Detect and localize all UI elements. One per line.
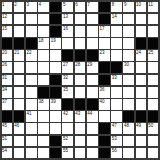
crossword-block-cell: [75, 99, 86, 110]
crossword-cell[interactable]: 16: [62, 26, 73, 37]
clue-number: 22: [26, 50, 31, 55]
crossword-cell[interactable]: [111, 99, 122, 110]
crossword-block-cell: [136, 111, 147, 122]
crossword-cell[interactable]: 11: [148, 2, 159, 13]
clue-number: 55: [63, 148, 68, 153]
crossword-cell[interactable]: 9: [123, 2, 134, 13]
crossword-block-cell: [87, 50, 98, 61]
crossword-block-cell: [50, 2, 61, 13]
crossword-cell[interactable]: 34: [2, 87, 13, 98]
crossword-cell[interactable]: 3: [26, 2, 37, 13]
crossword-cell[interactable]: 21: [14, 50, 25, 61]
crossword-cell[interactable]: [123, 38, 134, 49]
crossword-cell[interactable]: [148, 14, 159, 25]
crossword-cell[interactable]: 25: [148, 50, 159, 61]
crossword-cell[interactable]: [14, 87, 25, 98]
clue-number: 25: [148, 50, 153, 55]
crossword-block-cell: [2, 111, 13, 122]
clue-number: 37: [2, 99, 7, 104]
crossword-cell[interactable]: 37: [2, 99, 13, 110]
crossword-cell[interactable]: [50, 111, 61, 122]
crossword-cell[interactable]: 32: [62, 75, 73, 86]
crossword-cell[interactable]: 47: [111, 123, 122, 134]
crossword-cell[interactable]: [14, 99, 25, 110]
crossword-block-cell: [87, 99, 98, 110]
crossword-block-cell: [99, 2, 110, 13]
crossword-cell[interactable]: [87, 14, 98, 25]
crossword-cell[interactable]: [38, 123, 49, 134]
crossword-cell[interactable]: [50, 123, 61, 134]
crossword-block-cell: [14, 111, 25, 122]
clue-number: 42: [63, 111, 68, 116]
crossword-cell[interactable]: [87, 87, 98, 98]
crossword-cell[interactable]: 1: [2, 2, 13, 13]
crossword-cell[interactable]: 4: [38, 2, 49, 13]
clue-number: 51: [2, 136, 7, 141]
crossword-cell[interactable]: 40: [99, 99, 110, 110]
clue-number: 14: [112, 14, 117, 19]
crossword-cell[interactable]: 56: [111, 148, 122, 159]
crossword-cell[interactable]: [87, 38, 98, 49]
clue-number: 47: [112, 123, 117, 128]
crossword-cell[interactable]: [38, 111, 49, 122]
crossword-cell[interactable]: 15: [2, 26, 13, 37]
crossword-cell[interactable]: [87, 26, 98, 37]
crossword-cell[interactable]: [14, 26, 25, 37]
clue-number: 3: [26, 2, 29, 7]
clue-number: 56: [112, 148, 117, 153]
crossword-cell[interactable]: [50, 50, 61, 61]
crossword-cell[interactable]: 52: [62, 136, 73, 147]
clue-number: 7: [87, 2, 90, 7]
crossword-cell[interactable]: 2: [14, 2, 25, 13]
clue-number: 28: [75, 62, 80, 67]
crossword-cell[interactable]: [38, 62, 49, 73]
clue-number: 15: [2, 26, 7, 31]
crossword-cell[interactable]: 53: [111, 136, 122, 147]
crossword-cell[interactable]: 28: [75, 62, 86, 73]
clue-number: 33: [112, 75, 117, 80]
crossword-cell[interactable]: [99, 38, 110, 49]
crossword-cell[interactable]: [87, 136, 98, 147]
crossword-cell[interactable]: [136, 26, 147, 37]
crossword-cell[interactable]: [14, 136, 25, 147]
crossword-block-cell: [99, 14, 110, 25]
crossword-cell[interactable]: [26, 99, 37, 110]
crossword-cell[interactable]: 17: [99, 26, 110, 37]
clue-number: 49: [136, 123, 141, 128]
crossword-cell[interactable]: [148, 75, 159, 86]
crossword-cell[interactable]: [38, 75, 49, 86]
clue-number: 46: [14, 123, 19, 128]
clue-number: 18: [39, 38, 44, 43]
crossword-cell[interactable]: 41: [26, 111, 37, 122]
clue-number: 17: [100, 26, 105, 31]
crossword-cell[interactable]: 7: [87, 2, 98, 13]
crossword-cell[interactable]: 36: [99, 87, 110, 98]
crossword-cell[interactable]: [38, 50, 49, 61]
crossword-cell[interactable]: 51: [2, 136, 13, 147]
crossword-cell[interactable]: [75, 14, 86, 25]
crossword-cell[interactable]: 48: [123, 123, 134, 134]
crossword-cell[interactable]: [75, 123, 86, 134]
crossword-cell[interactable]: [148, 62, 159, 73]
crossword-cell[interactable]: [123, 75, 134, 86]
crossword-cell[interactable]: 10: [136, 2, 147, 13]
clue-number: 19: [51, 38, 56, 43]
clue-number: 12: [2, 14, 7, 19]
crossword-cell[interactable]: [26, 14, 37, 25]
crossword-block-cell: [26, 38, 37, 49]
crossword-cell[interactable]: [14, 14, 25, 25]
clue-number: 23: [100, 50, 105, 55]
crossword-block-cell: [50, 136, 61, 147]
crossword-cell[interactable]: 33: [111, 75, 122, 86]
crossword-cell[interactable]: 5: [62, 2, 73, 13]
clue-number: 43: [75, 111, 80, 116]
crossword-cell[interactable]: 30: [123, 62, 134, 73]
crossword-cell[interactable]: [136, 62, 147, 73]
crossword-cell[interactable]: 46: [14, 123, 25, 134]
crossword-cell[interactable]: [123, 87, 134, 98]
clue-number: 52: [63, 136, 68, 141]
crossword-cell[interactable]: [75, 26, 86, 37]
crossword-cell[interactable]: [148, 87, 159, 98]
clue-number: 2: [14, 2, 17, 7]
crossword-cell[interactable]: [38, 26, 49, 37]
crossword-cell[interactable]: [26, 26, 37, 37]
clue-number: 6: [75, 2, 78, 7]
crossword-cell[interactable]: [148, 26, 159, 37]
clue-number: 4: [39, 2, 42, 7]
crossword-cell[interactable]: [14, 75, 25, 86]
crossword-block-cell: [50, 148, 61, 159]
clue-number: 54: [2, 148, 7, 153]
crossword-cell[interactable]: [148, 148, 159, 159]
crossword-cell[interactable]: [136, 14, 147, 25]
crossword-cell[interactable]: [50, 62, 61, 73]
crossword-cell[interactable]: 43: [75, 111, 86, 122]
clue-number: 48: [124, 123, 129, 128]
crossword-cell[interactable]: 35: [62, 87, 73, 98]
crossword-cell[interactable]: [38, 148, 49, 159]
crossword-cell[interactable]: 23: [99, 50, 110, 61]
crossword-cell[interactable]: [87, 148, 98, 159]
crossword-cell[interactable]: [26, 62, 37, 73]
crossword-cell[interactable]: [123, 26, 134, 37]
crossword-cell[interactable]: 19: [50, 38, 61, 49]
clue-number: 31: [2, 75, 7, 80]
crossword-cell[interactable]: [136, 148, 147, 159]
crossword-cell[interactable]: [75, 87, 86, 98]
crossword-cell[interactable]: [123, 148, 134, 159]
crossword-block-cell: [99, 62, 110, 73]
crossword-block-cell: [123, 111, 134, 122]
crossword-cell[interactable]: [99, 111, 110, 122]
crossword-cell[interactable]: 6: [75, 2, 86, 13]
crossword-cell[interactable]: 22: [26, 50, 37, 61]
clue-number: 35: [63, 87, 68, 92]
clue-number: 50: [148, 123, 153, 128]
crossword-block-cell: [62, 99, 73, 110]
crossword-cell[interactable]: 12: [2, 14, 13, 25]
crossword-cell[interactable]: 31: [2, 75, 13, 86]
crossword-block-cell: [136, 38, 147, 49]
crossword-cell[interactable]: [111, 111, 122, 122]
crossword-cell[interactable]: [38, 14, 49, 25]
crossword-block-cell: [148, 38, 159, 49]
crossword-cell[interactable]: 39: [50, 99, 61, 110]
crossword-cell[interactable]: 24: [136, 50, 147, 61]
clue-number: 39: [51, 99, 56, 104]
clue-number: 27: [63, 62, 68, 67]
crossword-cell[interactable]: 54: [2, 148, 13, 159]
crossword-block-cell: [14, 38, 25, 49]
crossword-block-cell: [99, 148, 110, 159]
crossword-cell[interactable]: [111, 50, 122, 61]
clue-number: 26: [2, 62, 7, 67]
crossword-block-cell: [99, 136, 110, 147]
clue-number: 34: [2, 87, 7, 92]
crossword-cell[interactable]: 49: [136, 123, 147, 134]
crossword-cell[interactable]: [62, 38, 73, 49]
clue-number: 32: [63, 75, 68, 80]
crossword-block-cell: [99, 75, 110, 86]
crossword-cell[interactable]: 55: [62, 148, 73, 159]
crossword-block-cell: [62, 50, 73, 61]
clue-number: 20: [2, 50, 7, 55]
crossword-cell[interactable]: 29: [87, 62, 98, 73]
crossword-cell[interactable]: 38: [38, 99, 49, 110]
clue-number: 38: [39, 99, 44, 104]
clue-number: 45: [2, 123, 7, 128]
clue-number: 16: [63, 26, 68, 31]
crossword-block-cell: [99, 123, 110, 134]
crossword-cell[interactable]: [123, 99, 134, 110]
crossword-block-cell: [75, 50, 86, 61]
clue-number: 24: [136, 50, 141, 55]
clue-number: 11: [148, 2, 153, 7]
crossword-cell[interactable]: 45: [2, 123, 13, 134]
crossword-block-cell: [148, 111, 159, 122]
crossword-cell[interactable]: [14, 62, 25, 73]
crossword-cell[interactable]: [111, 87, 122, 98]
clue-number: 5: [63, 2, 66, 7]
clue-number: 44: [87, 111, 92, 116]
crossword-cell[interactable]: 44: [87, 111, 98, 122]
crossword-cell[interactable]: [123, 14, 134, 25]
crossword-block-cell: [50, 26, 61, 37]
crossword-cell[interactable]: [26, 123, 37, 134]
crossword-block-cell: [111, 62, 122, 73]
crossword-cell[interactable]: [75, 148, 86, 159]
crossword-cell[interactable]: [148, 136, 159, 147]
crossword-cell[interactable]: [136, 99, 147, 110]
crossword-cell[interactable]: [111, 26, 122, 37]
clue-number: 29: [87, 62, 92, 67]
clue-number: 9: [124, 2, 127, 7]
crossword-cell[interactable]: [111, 38, 122, 49]
clue-number: 41: [26, 111, 31, 116]
crossword-block-cell: [50, 87, 61, 98]
crossword-cell[interactable]: [136, 136, 147, 147]
crossword-block-cell: [50, 75, 61, 86]
crossword-cell[interactable]: [136, 87, 147, 98]
crossword-cell[interactable]: [62, 123, 73, 134]
crossword-cell[interactable]: [26, 75, 37, 86]
crossword-cell[interactable]: [87, 123, 98, 134]
crossword-block-cell: [38, 87, 49, 98]
crossword-cell[interactable]: 42: [62, 111, 73, 122]
crossword-cell[interactable]: [123, 50, 134, 61]
crossword-cell[interactable]: [87, 75, 98, 86]
clue-number: 13: [63, 14, 68, 19]
crossword-grid: 1234567891011121314151617181920212223242…: [0, 0, 160, 160]
clue-number: 8: [112, 2, 115, 7]
crossword-cell[interactable]: 26: [2, 62, 13, 73]
crossword-cell[interactable]: 13: [62, 14, 73, 25]
crossword-block-cell: [50, 14, 61, 25]
crossword-cell[interactable]: [148, 99, 159, 110]
crossword-cell[interactable]: [14, 148, 25, 159]
clue-number: 30: [124, 62, 129, 67]
clue-number: 10: [136, 2, 141, 7]
crossword-cell[interactable]: [75, 38, 86, 49]
crossword-cell[interactable]: 8: [111, 2, 122, 13]
clue-number: 1: [2, 2, 5, 7]
crossword-cell[interactable]: 27: [62, 62, 73, 73]
crossword-cell[interactable]: 50: [148, 123, 159, 134]
crossword-cell[interactable]: [75, 75, 86, 86]
clue-number: 53: [112, 136, 117, 141]
crossword-block-cell: [2, 38, 13, 49]
clue-number: 36: [100, 87, 105, 92]
crossword-cell[interactable]: 14: [111, 14, 122, 25]
crossword-cell[interactable]: 18: [38, 38, 49, 49]
crossword-cell[interactable]: [38, 136, 49, 147]
crossword-cell[interactable]: 20: [2, 50, 13, 61]
clue-number: 40: [100, 99, 105, 104]
crossword-cell[interactable]: [123, 136, 134, 147]
crossword-cell[interactable]: [136, 75, 147, 86]
crossword-cell[interactable]: [26, 148, 37, 159]
crossword-cell[interactable]: [26, 136, 37, 147]
crossword-cell[interactable]: [75, 136, 86, 147]
clue-number: 21: [14, 50, 19, 55]
crossword-cell[interactable]: [26, 87, 37, 98]
